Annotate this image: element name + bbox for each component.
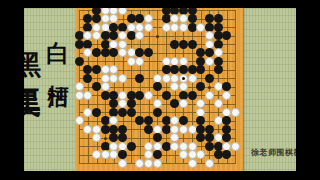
black-stone — [162, 142, 171, 151]
black-stone — [196, 116, 205, 125]
white-stone — [170, 133, 179, 142]
black-stone — [135, 91, 144, 100]
board-gridline-vertical — [192, 10, 193, 164]
white-stone — [75, 91, 84, 100]
letterbox-bar-top — [0, 0, 320, 8]
black-stone — [196, 48, 205, 57]
black-stone — [179, 65, 188, 74]
white-stone — [75, 82, 84, 91]
black-stone — [170, 40, 179, 49]
black-stone — [153, 133, 162, 142]
board-gridline-vertical — [235, 10, 236, 164]
white-stone — [101, 82, 110, 91]
black-stone — [135, 14, 144, 23]
black-stone — [101, 48, 110, 57]
white-stone — [170, 116, 179, 125]
white-stone — [205, 159, 214, 168]
white-stone — [214, 133, 223, 142]
black-stone — [144, 125, 153, 134]
black-stone — [153, 82, 162, 91]
white-stone — [170, 14, 179, 23]
white-stone — [205, 31, 214, 40]
white-stone — [118, 159, 127, 168]
black-stone — [118, 133, 127, 142]
black-stone — [118, 108, 127, 117]
last-move-marker — [182, 77, 185, 80]
white-stone — [101, 14, 110, 23]
black-stone — [214, 14, 223, 23]
black-stone — [214, 150, 223, 159]
white-stone — [144, 150, 153, 159]
black-stone — [222, 116, 231, 125]
black-stone — [101, 91, 110, 100]
black-stone — [188, 14, 197, 23]
black-stone — [127, 142, 136, 151]
white-stone — [135, 57, 144, 66]
white-stone — [83, 91, 92, 100]
white-stone — [118, 48, 127, 57]
letterbox-bar-left — [0, 0, 24, 180]
black-stone — [188, 91, 197, 100]
black-stone — [118, 150, 127, 159]
black-stone — [75, 31, 84, 40]
black-stone — [92, 48, 101, 57]
black-stone — [127, 99, 136, 108]
white-stone — [179, 23, 188, 32]
black-stone — [144, 48, 153, 57]
white-stone — [109, 74, 118, 83]
black-stone — [153, 108, 162, 117]
black-stone — [135, 74, 144, 83]
black-stone — [205, 142, 214, 151]
white-stone — [231, 142, 240, 151]
white-stone — [109, 14, 118, 23]
white-stone — [135, 159, 144, 168]
black-stone — [222, 150, 231, 159]
white-stone — [170, 142, 179, 151]
black-stone — [109, 99, 118, 108]
white-stone — [214, 116, 223, 125]
black-stone — [179, 116, 188, 125]
black-stone — [222, 133, 231, 142]
white-stone — [118, 99, 127, 108]
white-stone — [83, 125, 92, 134]
black-stone — [196, 65, 205, 74]
black-stone — [196, 82, 205, 91]
white-stone — [153, 99, 162, 108]
black-stone — [109, 48, 118, 57]
black-stone — [144, 116, 153, 125]
black-stone — [205, 133, 214, 142]
white-stone — [188, 125, 197, 134]
black-stone — [188, 23, 197, 32]
white-stone — [118, 74, 127, 83]
video-frame: 黑 王星昊 白 柯洁 徐老师围棋教室 — [0, 0, 320, 180]
black-stone — [127, 108, 136, 117]
white-stone — [205, 91, 214, 100]
white-stone — [179, 99, 188, 108]
white-stone — [162, 74, 171, 83]
black-stone — [214, 31, 223, 40]
white-stone — [92, 31, 101, 40]
black-stone — [162, 91, 171, 100]
white-stone — [188, 150, 197, 159]
board-gridline-vertical — [166, 10, 167, 164]
black-stone — [205, 14, 214, 23]
white-stone — [170, 82, 179, 91]
white-stone — [109, 116, 118, 125]
black-stone — [162, 125, 171, 134]
letterbox-bar-bottom — [0, 171, 320, 180]
black-stone — [109, 31, 118, 40]
white-stone — [92, 150, 101, 159]
white-stone — [214, 82, 223, 91]
black-stone — [162, 65, 171, 74]
white-stone — [101, 150, 110, 159]
go-board — [75, 8, 243, 171]
white-stone — [196, 23, 205, 32]
white-stone — [101, 65, 110, 74]
white-stone — [144, 14, 153, 23]
black-stone — [162, 14, 171, 23]
white-stone — [188, 74, 197, 83]
white-stone — [75, 116, 84, 125]
black-stone — [153, 150, 162, 159]
black-stone — [179, 40, 188, 49]
white-stone — [179, 14, 188, 23]
black-stone — [101, 31, 110, 40]
letterbox-bar-right — [296, 0, 320, 180]
white-stone — [179, 150, 188, 159]
white-stone — [127, 48, 136, 57]
black-stone — [222, 82, 231, 91]
white-stone — [83, 48, 92, 57]
white-stone — [179, 125, 188, 134]
black-stone — [205, 74, 214, 83]
black-stone — [92, 14, 101, 23]
white-stone — [162, 23, 171, 32]
black-stone — [196, 133, 205, 142]
black-stone — [188, 40, 197, 49]
white-player-name: 柯洁 — [46, 68, 70, 72]
white-stone — [196, 150, 205, 159]
white-stone — [144, 23, 153, 32]
black-stone — [127, 14, 136, 23]
white-stone — [127, 57, 136, 66]
white-stone — [109, 65, 118, 74]
white-stone — [196, 99, 205, 108]
white-stone — [188, 159, 197, 168]
black-stone — [162, 116, 171, 125]
black-stone — [135, 48, 144, 57]
white-stone — [153, 159, 162, 168]
white-stone — [214, 48, 223, 57]
white-stone — [92, 133, 101, 142]
white-stone — [144, 159, 153, 168]
black-stone — [92, 65, 101, 74]
black-stone — [109, 133, 118, 142]
black-stone — [170, 99, 179, 108]
black-stone — [92, 82, 101, 91]
white-stone — [118, 31, 127, 40]
white-stone — [179, 82, 188, 91]
black-stone — [83, 14, 92, 23]
white-stone — [83, 108, 92, 117]
white-stone — [231, 108, 240, 117]
white-stone — [222, 91, 231, 100]
black-stone — [92, 108, 101, 117]
black-stone — [170, 65, 179, 74]
white-stone — [135, 31, 144, 40]
black-stone — [101, 125, 110, 134]
star-point — [156, 35, 159, 38]
black-stone — [188, 65, 197, 74]
white-stone — [109, 150, 118, 159]
black-stone — [101, 116, 110, 125]
black-stone — [135, 116, 144, 125]
black-stone — [205, 48, 214, 57]
black-stone — [75, 57, 84, 66]
black-stone — [127, 31, 136, 40]
white-stone — [83, 31, 92, 40]
white-stone — [144, 91, 153, 100]
black-stone — [214, 65, 223, 74]
star-point — [104, 137, 107, 140]
black-stone — [83, 74, 92, 83]
black-stone — [75, 40, 84, 49]
black-stone — [83, 65, 92, 74]
white-stone — [170, 23, 179, 32]
black-stone — [222, 31, 231, 40]
white-stone — [214, 99, 223, 108]
white-stone — [205, 57, 214, 66]
